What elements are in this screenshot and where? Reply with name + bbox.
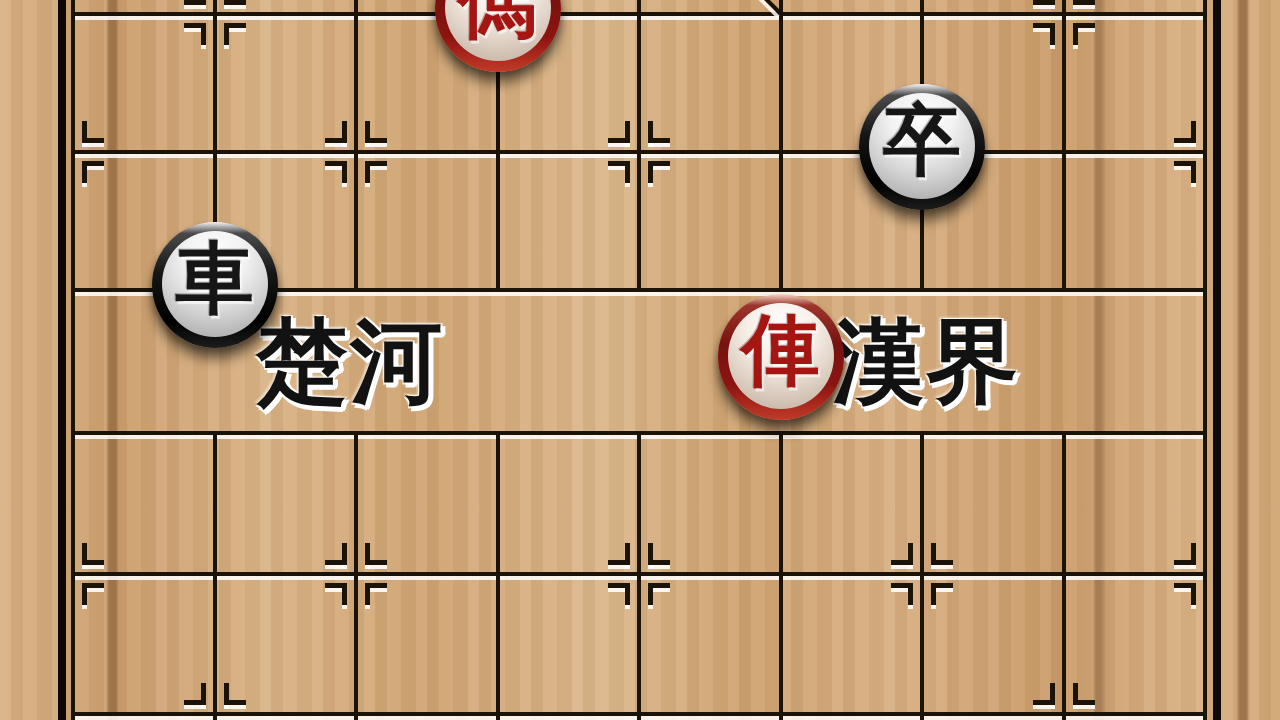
point-marker	[82, 161, 87, 183]
piece-glyph: 傌	[445, 0, 551, 56]
point-marker	[201, 0, 206, 5]
piece-black-chariot[interactable]: 車	[152, 222, 278, 348]
grid-line-vertical	[920, 431, 924, 720]
point-marker	[625, 161, 630, 183]
piece-red-chariot[interactable]: 俥	[718, 294, 844, 420]
river-label-he: 河	[350, 300, 442, 424]
xiangqi-board-view[interactable]: 楚 河 漢 界 傌卒車俥	[0, 0, 1280, 720]
grid-line-vertical	[213, 431, 217, 720]
point-marker	[365, 543, 370, 565]
point-marker	[1191, 161, 1196, 183]
point-marker	[365, 121, 370, 143]
grid-line-vertical	[1062, 0, 1066, 292]
river-label-han: 漢	[832, 300, 924, 424]
point-marker	[931, 543, 936, 565]
point-marker	[625, 121, 630, 143]
point-marker	[1073, 23, 1078, 45]
point-marker	[82, 543, 87, 565]
point-marker	[648, 161, 653, 183]
point-marker	[201, 23, 206, 45]
grid-line-vertical	[354, 431, 358, 720]
piece-black-soldier[interactable]: 卒	[859, 84, 985, 210]
grid-line-vertical	[637, 0, 641, 292]
river-label-chu: 楚	[256, 300, 348, 424]
point-marker	[342, 583, 347, 605]
point-marker	[224, 0, 229, 5]
point-marker	[648, 583, 653, 605]
board-outer-border-left	[58, 0, 66, 720]
point-marker	[1191, 583, 1196, 605]
point-marker	[1050, 683, 1055, 705]
point-marker	[1191, 121, 1196, 143]
point-marker	[82, 583, 87, 605]
grid-line-vertical	[779, 0, 783, 292]
point-marker	[1050, 23, 1055, 45]
grid-line-vertical	[71, 0, 75, 720]
point-marker	[224, 683, 229, 705]
grid-line-vertical	[637, 431, 641, 720]
point-marker	[931, 583, 936, 605]
grid-line-vertical	[779, 431, 783, 720]
point-marker	[342, 161, 347, 183]
piece-face: 傌	[445, 0, 551, 61]
point-marker	[201, 683, 206, 705]
point-marker	[224, 23, 229, 45]
point-marker	[365, 161, 370, 183]
point-marker	[342, 121, 347, 143]
river-label-jie: 界	[926, 300, 1018, 424]
point-marker	[365, 583, 370, 605]
piece-face: 卒	[869, 93, 975, 199]
grid-line-vertical	[354, 0, 358, 292]
point-marker	[342, 543, 347, 565]
point-marker	[648, 121, 653, 143]
piece-face: 車	[162, 231, 268, 337]
point-marker	[1050, 0, 1055, 5]
point-marker	[625, 583, 630, 605]
grid-line-vertical	[496, 431, 500, 720]
point-marker	[1191, 543, 1196, 565]
point-marker	[625, 543, 630, 565]
piece-glyph: 車	[162, 227, 268, 332]
piece-glyph: 俥	[728, 299, 834, 404]
point-marker	[648, 543, 653, 565]
point-marker	[908, 583, 913, 605]
grid-line-vertical	[1062, 431, 1066, 720]
point-marker	[908, 543, 913, 565]
piece-red-horse[interactable]: 傌	[435, 0, 561, 72]
grid-line-vertical	[1203, 0, 1207, 720]
piece-face: 俥	[728, 303, 834, 409]
point-marker	[1073, 0, 1078, 5]
board-outer-border-right	[1213, 0, 1221, 720]
point-marker	[1073, 683, 1078, 705]
piece-glyph: 卒	[869, 89, 975, 194]
point-marker	[82, 121, 87, 143]
